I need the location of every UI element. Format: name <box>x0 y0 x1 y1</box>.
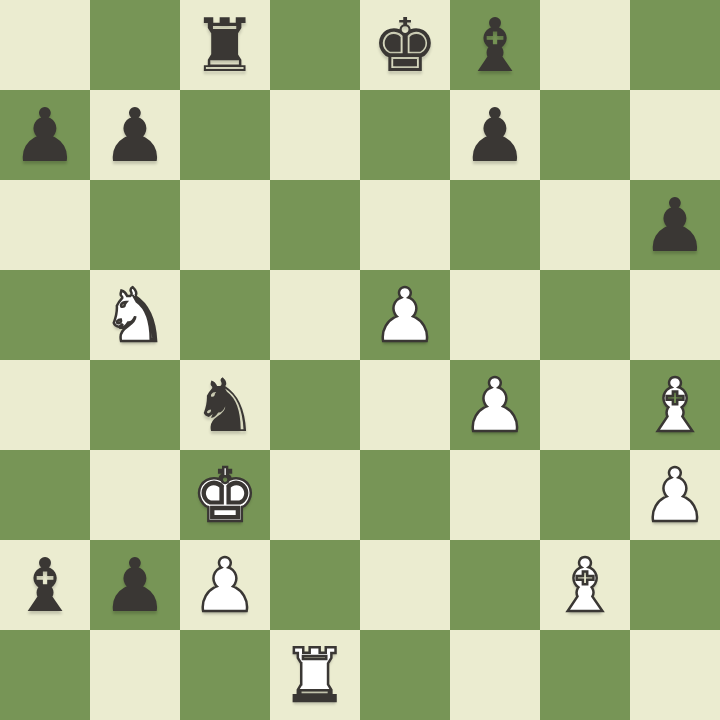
square-e5[interactable]: ♟ <box>360 270 450 360</box>
square-d6[interactable] <box>270 180 360 270</box>
square-a7[interactable]: ♟ <box>0 90 90 180</box>
square-f6[interactable] <box>450 180 540 270</box>
square-c6[interactable] <box>180 180 270 270</box>
square-b8[interactable] <box>90 0 180 90</box>
square-f1[interactable] <box>450 630 540 720</box>
piece-black-knight[interactable]: ♞ <box>192 368 258 442</box>
piece-black-pawn[interactable]: ♟ <box>102 548 168 622</box>
square-c1[interactable] <box>180 630 270 720</box>
square-h2[interactable] <box>630 540 720 630</box>
piece-black-king[interactable]: ♚ <box>372 8 438 82</box>
square-d8[interactable] <box>270 0 360 90</box>
piece-black-bishop[interactable]: ♝ <box>462 8 528 82</box>
square-c3[interactable]: ♚ <box>180 450 270 540</box>
square-b2[interactable]: ♟ <box>90 540 180 630</box>
piece-black-pawn[interactable]: ♟ <box>642 188 708 262</box>
piece-white-pawn[interactable]: ♟ <box>642 458 708 532</box>
square-c4[interactable]: ♞ <box>180 360 270 450</box>
square-a4[interactable] <box>0 360 90 450</box>
square-a2[interactable]: ♝ <box>0 540 90 630</box>
square-g5[interactable] <box>540 270 630 360</box>
square-d5[interactable] <box>270 270 360 360</box>
square-f5[interactable] <box>450 270 540 360</box>
square-h6[interactable]: ♟ <box>630 180 720 270</box>
piece-black-bishop[interactable]: ♝ <box>12 548 78 622</box>
square-g4[interactable] <box>540 360 630 450</box>
square-c8[interactable]: ♜ <box>180 0 270 90</box>
piece-black-pawn[interactable]: ♟ <box>102 98 168 172</box>
square-c2[interactable]: ♟ <box>180 540 270 630</box>
square-h7[interactable] <box>630 90 720 180</box>
square-b4[interactable] <box>90 360 180 450</box>
square-e7[interactable] <box>360 90 450 180</box>
square-e4[interactable] <box>360 360 450 450</box>
square-c5[interactable] <box>180 270 270 360</box>
square-g6[interactable] <box>540 180 630 270</box>
square-e8[interactable]: ♚ <box>360 0 450 90</box>
piece-black-pawn[interactable]: ♟ <box>462 98 528 172</box>
square-a3[interactable] <box>0 450 90 540</box>
square-h8[interactable] <box>630 0 720 90</box>
square-b7[interactable]: ♟ <box>90 90 180 180</box>
square-f3[interactable] <box>450 450 540 540</box>
piece-white-rook[interactable]: ♜ <box>282 638 348 712</box>
piece-black-pawn[interactable]: ♟ <box>12 98 78 172</box>
square-b1[interactable] <box>90 630 180 720</box>
square-e2[interactable] <box>360 540 450 630</box>
square-g3[interactable] <box>540 450 630 540</box>
square-d3[interactable] <box>270 450 360 540</box>
piece-black-rook[interactable]: ♜ <box>192 8 258 82</box>
square-b5[interactable]: ♞ <box>90 270 180 360</box>
square-h1[interactable] <box>630 630 720 720</box>
square-e6[interactable] <box>360 180 450 270</box>
square-d2[interactable] <box>270 540 360 630</box>
square-b6[interactable] <box>90 180 180 270</box>
square-f4[interactable]: ♟ <box>450 360 540 450</box>
square-h3[interactable]: ♟ <box>630 450 720 540</box>
square-b3[interactable] <box>90 450 180 540</box>
square-f8[interactable]: ♝ <box>450 0 540 90</box>
piece-white-pawn[interactable]: ♟ <box>372 278 438 352</box>
square-g7[interactable] <box>540 90 630 180</box>
square-g2[interactable]: ♝ <box>540 540 630 630</box>
square-e3[interactable] <box>360 450 450 540</box>
piece-white-pawn[interactable]: ♟ <box>192 548 258 622</box>
square-a6[interactable] <box>0 180 90 270</box>
chess-board: ♜ ♚ ♝ ♟ ♟ ♟ ♟ ♞ ♟ ♞ ♟ ♝ ♚ ♟ ♝ ♟ ♟ ♝ <box>0 0 720 720</box>
square-h5[interactable] <box>630 270 720 360</box>
square-d4[interactable] <box>270 360 360 450</box>
square-d7[interactable] <box>270 90 360 180</box>
square-e1[interactable] <box>360 630 450 720</box>
square-h4[interactable]: ♝ <box>630 360 720 450</box>
square-f7[interactable]: ♟ <box>450 90 540 180</box>
piece-white-pawn[interactable]: ♟ <box>462 368 528 442</box>
square-a8[interactable] <box>0 0 90 90</box>
square-f2[interactable] <box>450 540 540 630</box>
square-a1[interactable] <box>0 630 90 720</box>
piece-white-king[interactable]: ♚ <box>192 458 258 532</box>
square-g1[interactable] <box>540 630 630 720</box>
piece-white-knight[interactable]: ♞ <box>102 278 168 352</box>
piece-white-bishop[interactable]: ♝ <box>642 368 708 442</box>
piece-white-bishop[interactable]: ♝ <box>552 548 618 622</box>
square-c7[interactable] <box>180 90 270 180</box>
square-d1[interactable]: ♜ <box>270 630 360 720</box>
square-g8[interactable] <box>540 0 630 90</box>
square-a5[interactable] <box>0 270 90 360</box>
